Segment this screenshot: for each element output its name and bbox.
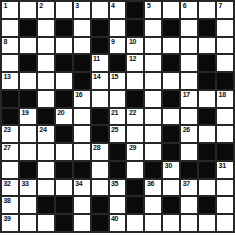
black-cell-r3c1 xyxy=(20,55,36,71)
white-cell-r6c4[interactable] xyxy=(74,109,90,125)
white-cell-r0c5[interactable] xyxy=(92,2,108,18)
white-cell-r9c12[interactable]: 31 xyxy=(217,162,233,178)
white-cell-r6c3[interactable]: 20 xyxy=(56,109,72,125)
white-cell-r10c4[interactable]: 34 xyxy=(74,180,90,196)
black-cell-r1c11 xyxy=(199,20,215,36)
white-cell-r3c5[interactable]: 11 xyxy=(92,55,108,71)
white-cell-r4c6[interactable]: 15 xyxy=(110,73,126,89)
white-cell-r0c10[interactable]: 6 xyxy=(181,2,197,18)
white-cell-r12c11[interactable] xyxy=(199,215,215,231)
white-cell-r6c1[interactable]: 19 xyxy=(20,109,36,125)
white-cell-r5c11[interactable] xyxy=(199,91,215,107)
black-cell-r8c9 xyxy=(163,144,179,160)
white-cell-r9c7[interactable] xyxy=(127,162,143,178)
white-cell-r10c9[interactable] xyxy=(163,180,179,196)
clue-number-34: 34 xyxy=(75,180,82,188)
white-cell-r7c4[interactable] xyxy=(74,126,90,142)
white-cell-r0c1[interactable] xyxy=(20,2,36,18)
white-cell-r1c10[interactable] xyxy=(181,20,197,36)
clue-number-15: 15 xyxy=(111,73,118,81)
white-cell-r7c2[interactable]: 24 xyxy=(38,126,54,142)
black-cell-r7c5 xyxy=(92,126,108,142)
white-cell-r2c0[interactable]: 8 xyxy=(2,38,18,54)
white-cell-r12c12[interactable] xyxy=(217,215,233,231)
clue-number-2: 2 xyxy=(39,2,43,10)
black-cell-r12c5 xyxy=(92,215,108,231)
white-cell-r0c6[interactable]: 4 xyxy=(110,2,126,18)
white-cell-r12c10[interactable] xyxy=(181,215,197,231)
white-cell-r11c1[interactable] xyxy=(20,197,36,213)
black-cell-r9c3 xyxy=(56,162,72,178)
clue-number-22: 22 xyxy=(129,109,136,117)
white-cell-r9c9[interactable]: 30 xyxy=(163,162,179,178)
black-cell-r9c10 xyxy=(181,162,197,178)
clue-number-3: 3 xyxy=(75,2,79,10)
clue-number-39: 39 xyxy=(4,215,11,223)
white-cell-r2c7[interactable]: 10 xyxy=(127,38,143,54)
black-cell-r3c6 xyxy=(110,55,126,71)
clue-number-16: 16 xyxy=(75,91,82,99)
white-cell-r2c2[interactable] xyxy=(38,38,54,54)
clue-number-35: 35 xyxy=(111,180,118,188)
black-cell-r10c7 xyxy=(127,180,143,196)
clue-number-40: 40 xyxy=(111,215,118,223)
white-cell-r4c9[interactable] xyxy=(163,73,179,89)
black-cell-r1c1 xyxy=(20,20,36,36)
white-cell-r2c11[interactable] xyxy=(199,38,215,54)
white-cell-r9c5[interactable] xyxy=(92,162,108,178)
clue-number-20: 20 xyxy=(57,109,64,117)
white-cell-r7c7[interactable] xyxy=(127,126,143,142)
white-cell-r3c10[interactable] xyxy=(181,55,197,71)
white-cell-r11c4[interactable] xyxy=(74,197,90,213)
white-cell-r0c2[interactable]: 2 xyxy=(38,2,54,18)
clue-number-21: 21 xyxy=(111,109,118,117)
black-cell-r5c7 xyxy=(127,91,143,107)
white-cell-r10c2[interactable] xyxy=(38,180,54,196)
white-cell-r12c1[interactable] xyxy=(20,215,36,231)
white-cell-r8c3[interactable] xyxy=(56,144,72,160)
black-cell-r3c3 xyxy=(56,55,72,71)
white-cell-r8c2[interactable] xyxy=(38,144,54,160)
white-cell-r5c10[interactable]: 17 xyxy=(181,91,197,107)
clue-number-7: 7 xyxy=(219,2,223,10)
white-cell-r3c8[interactable] xyxy=(145,55,161,71)
white-cell-r7c8[interactable] xyxy=(145,126,161,142)
black-cell-r11c7 xyxy=(127,197,143,213)
white-cell-r10c6[interactable]: 35 xyxy=(110,180,126,196)
white-cell-r12c8[interactable] xyxy=(145,215,161,231)
black-cell-r5c0 xyxy=(2,91,18,107)
white-cell-r9c2[interactable] xyxy=(38,162,54,178)
white-cell-r12c6[interactable]: 40 xyxy=(110,215,126,231)
white-cell-r1c4[interactable] xyxy=(74,20,90,36)
white-cell-r10c3[interactable] xyxy=(56,180,72,196)
white-cell-r3c7[interactable]: 12 xyxy=(127,55,143,71)
white-cell-r0c4[interactable]: 3 xyxy=(74,2,90,18)
white-cell-r6c10[interactable] xyxy=(181,109,197,125)
clue-number-27: 27 xyxy=(4,144,11,152)
white-cell-r0c12[interactable]: 7 xyxy=(217,2,233,18)
white-cell-r12c7[interactable] xyxy=(127,215,143,231)
clue-number-4: 4 xyxy=(111,2,115,10)
black-cell-r6c11 xyxy=(199,109,215,125)
clue-number-24: 24 xyxy=(39,126,46,134)
clue-number-29: 29 xyxy=(129,144,136,152)
white-cell-r4c5[interactable]: 14 xyxy=(92,73,108,89)
white-cell-r1c2[interactable] xyxy=(38,20,54,36)
white-cell-r0c0[interactable]: 1 xyxy=(2,2,18,18)
white-cell-r2c10[interactable] xyxy=(181,38,197,54)
white-cell-r11c8[interactable] xyxy=(145,197,161,213)
white-cell-r4c10[interactable] xyxy=(181,73,197,89)
white-cell-r6c6[interactable]: 21 xyxy=(110,109,126,125)
black-cell-r5c3 xyxy=(56,91,72,107)
white-cell-r5c12[interactable]: 18 xyxy=(217,91,233,107)
clue-number-8: 8 xyxy=(4,38,8,46)
clue-number-36: 36 xyxy=(147,180,154,188)
white-cell-r7c0[interactable]: 23 xyxy=(2,126,18,142)
crossword-puzzle: 1234567891011121314151617181920212223242… xyxy=(0,0,235,235)
black-cell-r6c5 xyxy=(92,109,108,125)
black-cell-r3c11 xyxy=(199,55,215,71)
clue-number-5: 5 xyxy=(147,2,151,10)
white-cell-r0c8[interactable]: 5 xyxy=(145,2,161,18)
white-cell-r8c10[interactable] xyxy=(181,144,197,160)
black-cell-r1c5 xyxy=(92,20,108,36)
white-cell-r7c1[interactable] xyxy=(20,126,36,142)
clue-number-6: 6 xyxy=(183,2,187,10)
black-cell-r8c11 xyxy=(199,144,215,160)
black-cell-r3c9 xyxy=(163,55,179,71)
white-cell-r7c6[interactable]: 25 xyxy=(110,126,126,142)
black-cell-r11c11 xyxy=(199,197,215,213)
clue-number-32: 32 xyxy=(4,180,11,188)
white-cell-r3c2[interactable] xyxy=(38,55,54,71)
white-cell-r2c8[interactable] xyxy=(145,38,161,54)
black-cell-r6c2 xyxy=(38,109,54,125)
black-cell-r1c9 xyxy=(163,20,179,36)
black-cell-r4c11 xyxy=(199,73,215,89)
white-cell-r2c6[interactable]: 9 xyxy=(110,38,126,54)
black-cell-r4c12 xyxy=(217,73,233,89)
white-cell-r8c1[interactable] xyxy=(20,144,36,160)
clue-number-13: 13 xyxy=(4,73,11,81)
black-cell-r7c9 xyxy=(163,126,179,142)
white-cell-r11c0[interactable]: 38 xyxy=(2,197,18,213)
white-cell-r2c12[interactable] xyxy=(217,38,233,54)
black-cell-r11c3 xyxy=(56,197,72,213)
crossword-grid: 1234567891011121314151617181920212223242… xyxy=(0,0,235,233)
white-cell-r3c0[interactable] xyxy=(2,55,18,71)
white-cell-r8c8[interactable] xyxy=(145,144,161,160)
white-cell-r7c12[interactable] xyxy=(217,126,233,142)
white-cell-r1c0[interactable] xyxy=(2,20,18,36)
clue-number-14: 14 xyxy=(93,73,100,81)
clue-number-31: 31 xyxy=(219,162,226,170)
black-cell-r9c8 xyxy=(145,162,161,178)
black-cell-r5c9 xyxy=(163,91,179,107)
white-cell-r2c3[interactable] xyxy=(56,38,72,54)
white-cell-r0c9[interactable] xyxy=(163,2,179,18)
black-cell-r6c0 xyxy=(2,109,18,125)
clue-number-11: 11 xyxy=(93,55,100,63)
white-cell-r12c0[interactable]: 39 xyxy=(2,215,18,231)
black-cell-r9c4 xyxy=(74,162,90,178)
white-cell-r2c9[interactable] xyxy=(163,38,179,54)
black-cell-r11c9 xyxy=(163,197,179,213)
black-cell-r8c12 xyxy=(217,144,233,160)
white-cell-r3c12[interactable] xyxy=(217,55,233,71)
white-cell-r6c8[interactable] xyxy=(145,109,161,125)
white-cell-r9c0[interactable] xyxy=(2,162,18,178)
clue-number-38: 38 xyxy=(4,197,11,205)
white-cell-r10c12[interactable] xyxy=(217,180,233,196)
white-cell-r12c4[interactable] xyxy=(74,215,90,231)
white-cell-r1c6[interactable] xyxy=(110,20,126,36)
white-cell-r7c10[interactable]: 26 xyxy=(181,126,197,142)
white-cell-r5c8[interactable] xyxy=(145,91,161,107)
white-cell-r10c8[interactable]: 36 xyxy=(145,180,161,196)
white-cell-r4c1[interactable] xyxy=(20,73,36,89)
clue-number-26: 26 xyxy=(183,126,190,134)
white-cell-r4c8[interactable] xyxy=(145,73,161,89)
black-cell-r11c2 xyxy=(38,197,54,213)
white-cell-r10c1[interactable]: 33 xyxy=(20,180,36,196)
black-cell-r9c11 xyxy=(199,162,215,178)
clue-number-17: 17 xyxy=(183,91,190,99)
white-cell-r2c4[interactable] xyxy=(74,38,90,54)
white-cell-r11c10[interactable] xyxy=(181,197,197,213)
white-cell-r10c11[interactable] xyxy=(199,180,215,196)
white-cell-r8c7[interactable]: 29 xyxy=(127,144,143,160)
white-cell-r2c1[interactable] xyxy=(20,38,36,54)
clue-number-30: 30 xyxy=(165,162,172,170)
clue-number-1: 1 xyxy=(4,2,8,10)
white-cell-r12c9[interactable] xyxy=(163,215,179,231)
white-cell-r5c2[interactable] xyxy=(38,91,54,107)
black-cell-r0c7 xyxy=(127,2,143,18)
clue-number-25: 25 xyxy=(111,126,118,134)
clue-number-33: 33 xyxy=(21,180,28,188)
white-cell-r5c5[interactable] xyxy=(92,91,108,107)
black-cell-r11c5 xyxy=(92,197,108,213)
black-cell-r2c5 xyxy=(92,38,108,54)
black-cell-r4c4 xyxy=(74,73,90,89)
clue-number-23: 23 xyxy=(4,126,11,134)
white-cell-r10c5[interactable] xyxy=(92,180,108,196)
white-cell-r8c4[interactable] xyxy=(74,144,90,160)
white-cell-r6c7[interactable]: 22 xyxy=(127,109,143,125)
clue-number-12: 12 xyxy=(129,55,136,63)
white-cell-r0c11[interactable] xyxy=(199,2,215,18)
white-cell-r8c5[interactable]: 28 xyxy=(92,144,108,160)
clue-number-19: 19 xyxy=(21,109,28,117)
white-cell-r5c6[interactable] xyxy=(110,91,126,107)
black-cell-r8c6 xyxy=(110,144,126,160)
black-cell-r12c3 xyxy=(56,215,72,231)
clue-number-9: 9 xyxy=(111,38,115,46)
white-cell-r12c2[interactable] xyxy=(38,215,54,231)
white-cell-r10c10[interactable]: 37 xyxy=(181,180,197,196)
clue-number-10: 10 xyxy=(129,38,136,46)
white-cell-r0c3[interactable] xyxy=(56,2,72,18)
white-cell-r4c2[interactable] xyxy=(38,73,54,89)
white-cell-r1c8[interactable] xyxy=(145,20,161,36)
black-cell-r1c7 xyxy=(127,20,143,36)
white-cell-r6c12[interactable] xyxy=(217,109,233,125)
white-cell-r1c12[interactable] xyxy=(217,20,233,36)
white-cell-r10c0[interactable]: 32 xyxy=(2,180,18,196)
white-cell-r11c12[interactable] xyxy=(217,197,233,213)
clue-number-28: 28 xyxy=(93,144,100,152)
white-cell-r11c6[interactable] xyxy=(110,197,126,213)
white-cell-r4c7[interactable] xyxy=(127,73,143,89)
white-cell-r7c11[interactable] xyxy=(199,126,215,142)
black-cell-r5c1 xyxy=(20,91,36,107)
white-cell-r4c0[interactable]: 13 xyxy=(2,73,18,89)
black-cell-r9c1 xyxy=(20,162,36,178)
black-cell-r1c3 xyxy=(56,20,72,36)
black-cell-r7c3 xyxy=(56,126,72,142)
white-cell-r8c0[interactable]: 27 xyxy=(2,144,18,160)
black-cell-r9c6 xyxy=(110,162,126,178)
white-cell-r5c4[interactable]: 16 xyxy=(74,91,90,107)
clue-number-37: 37 xyxy=(183,180,190,188)
black-cell-r3c4 xyxy=(74,55,90,71)
white-cell-r4c3[interactable] xyxy=(56,73,72,89)
clue-number-18: 18 xyxy=(219,91,226,99)
white-cell-r6c9[interactable] xyxy=(163,109,179,125)
